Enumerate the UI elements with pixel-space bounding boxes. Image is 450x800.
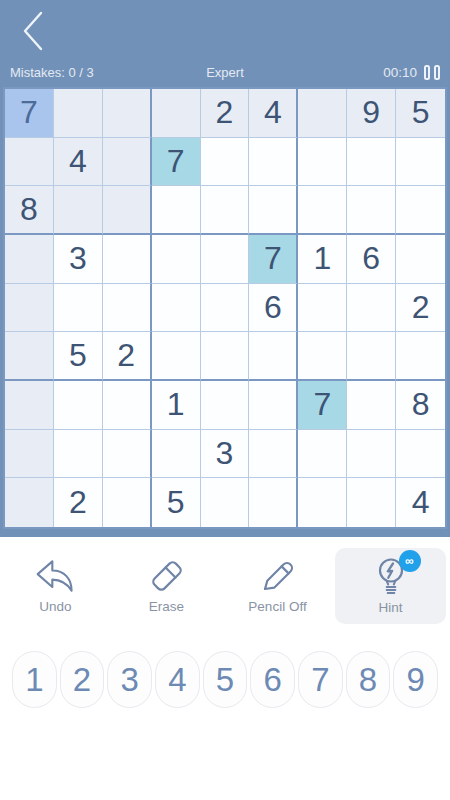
cell-r6c8[interactable] [347, 332, 396, 381]
cell-r2c2[interactable]: 4 [54, 138, 103, 187]
cell-r2c1[interactable] [5, 138, 54, 187]
cell-r6c3[interactable]: 2 [103, 332, 152, 381]
cell-r5c8[interactable] [347, 284, 396, 333]
cell-r6c5[interactable] [201, 332, 250, 381]
cell-r6c4[interactable] [152, 332, 201, 381]
cell-r7c2[interactable] [54, 381, 103, 430]
numpad-8[interactable]: 8 [346, 651, 391, 708]
cell-r4c6[interactable]: 7 [249, 235, 298, 284]
cell-r3c1[interactable]: 8 [5, 186, 54, 235]
sudoku-app: Mistakes: 0 / 3 Expert 00:10 72495478371… [0, 0, 450, 800]
cell-r1c6[interactable]: 4 [249, 89, 298, 138]
pause-icon [434, 65, 440, 80]
cell-r8c3[interactable] [103, 430, 152, 479]
cell-r7c8[interactable] [347, 381, 396, 430]
pencil-toggle-button[interactable]: Pencil Off [222, 546, 333, 624]
cell-r7c6[interactable] [249, 381, 298, 430]
cell-r1c4[interactable] [152, 89, 201, 138]
cell-r9c5[interactable] [201, 478, 250, 527]
cell-r1c9[interactable]: 5 [396, 89, 445, 138]
board-section: Mistakes: 0 / 3 Expert 00:10 72495478371… [0, 0, 450, 537]
mistakes-counter: Mistakes: 0 / 3 [10, 65, 153, 80]
cell-r3c3[interactable] [103, 186, 152, 235]
cell-r6c2[interactable]: 5 [54, 332, 103, 381]
cell-r2c7[interactable] [298, 138, 347, 187]
undo-button[interactable]: Undo [0, 546, 111, 624]
cell-r9c4[interactable]: 5 [152, 478, 201, 527]
cell-r4c9[interactable] [396, 235, 445, 284]
erase-label: Erase [149, 599, 184, 614]
pencil-icon [257, 556, 299, 596]
cell-r2c6[interactable] [249, 138, 298, 187]
numpad-7[interactable]: 7 [298, 651, 343, 708]
cell-r3c9[interactable] [396, 186, 445, 235]
cell-r3c6[interactable] [249, 186, 298, 235]
cell-r1c8[interactable]: 9 [347, 89, 396, 138]
cell-r5c7[interactable] [298, 284, 347, 333]
hint-label: Hint [378, 600, 402, 615]
numpad-3[interactable]: 3 [107, 651, 152, 708]
cell-r7c1[interactable] [5, 381, 54, 430]
cell-r8c6[interactable] [249, 430, 298, 479]
cell-r1c1[interactable]: 7 [5, 89, 54, 138]
cell-r2c9[interactable] [396, 138, 445, 187]
numpad-1[interactable]: 1 [12, 651, 57, 708]
back-button[interactable] [12, 8, 56, 56]
back-chevron-icon [19, 9, 49, 53]
cell-r4c2[interactable]: 3 [54, 235, 103, 284]
cell-r8c9[interactable] [396, 430, 445, 479]
numpad-5[interactable]: 5 [203, 651, 248, 708]
cell-r3c8[interactable] [347, 186, 396, 235]
cell-r6c9[interactable] [396, 332, 445, 381]
cell-r5c1[interactable] [5, 284, 54, 333]
cell-r3c2[interactable] [54, 186, 103, 235]
cell-r4c1[interactable] [5, 235, 54, 284]
sudoku-grid: 72495478371662521783254 [3, 87, 447, 529]
cell-r5c9[interactable]: 2 [396, 284, 445, 333]
number-pad: 123456789 [12, 651, 438, 708]
cell-r3c5[interactable] [201, 186, 250, 235]
timer: 00:10 [383, 65, 417, 80]
cell-r9c7[interactable] [298, 478, 347, 527]
cell-r2c5[interactable] [201, 138, 250, 187]
numpad-9[interactable]: 9 [393, 651, 438, 708]
cell-r4c7[interactable]: 1 [298, 235, 347, 284]
cell-r4c3[interactable] [103, 235, 152, 284]
cell-r8c8[interactable] [347, 430, 396, 479]
cell-r5c5[interactable] [201, 284, 250, 333]
difficulty-label: Expert [153, 65, 296, 80]
cell-r8c5[interactable]: 3 [201, 430, 250, 479]
numpad-6[interactable]: 6 [250, 651, 295, 708]
pause-icon [424, 65, 430, 80]
cell-r7c5[interactable] [201, 381, 250, 430]
cell-r8c4[interactable] [152, 430, 201, 479]
cell-r1c3[interactable] [103, 89, 152, 138]
cell-r6c6[interactable] [249, 332, 298, 381]
cell-r5c3[interactable] [103, 284, 152, 333]
hint-count-badge: ∞ [399, 550, 421, 572]
cell-r3c7[interactable] [298, 186, 347, 235]
cell-r9c9[interactable]: 4 [396, 478, 445, 527]
cell-r8c2[interactable] [54, 430, 103, 479]
toolbar: Undo Erase Pencil Off [0, 546, 450, 624]
undo-label: Undo [39, 599, 71, 614]
cell-r9c2[interactable]: 2 [54, 478, 103, 527]
cell-r9c6[interactable] [249, 478, 298, 527]
eraser-icon [146, 556, 188, 596]
cell-r7c9[interactable]: 8 [396, 381, 445, 430]
cell-r5c6[interactable]: 6 [249, 284, 298, 333]
status-bar: Mistakes: 0 / 3 Expert 00:10 [0, 60, 450, 84]
undo-icon [34, 556, 78, 596]
numpad-2[interactable]: 2 [60, 651, 105, 708]
cell-r9c1[interactable] [5, 478, 54, 527]
cell-r8c7[interactable] [298, 430, 347, 479]
cell-r9c8[interactable] [347, 478, 396, 527]
hint-button[interactable]: ∞ Hint [335, 548, 446, 624]
cell-r7c7[interactable]: 7 [298, 381, 347, 430]
cell-r6c7[interactable] [298, 332, 347, 381]
erase-button[interactable]: Erase [111, 546, 222, 624]
numpad-4[interactable]: 4 [155, 651, 200, 708]
cell-r7c3[interactable] [103, 381, 152, 430]
cell-r2c8[interactable] [347, 138, 396, 187]
cell-r3c4[interactable] [152, 186, 201, 235]
cell-r8c1[interactable] [5, 430, 54, 479]
cell-r6c1[interactable] [5, 332, 54, 381]
cell-r5c2[interactable] [54, 284, 103, 333]
pencil-label: Pencil Off [248, 599, 306, 614]
cell-r5c4[interactable] [152, 284, 201, 333]
cell-r2c3[interactable] [103, 138, 152, 187]
cell-r1c7[interactable] [298, 89, 347, 138]
cell-r1c2[interactable] [54, 89, 103, 138]
cell-r9c3[interactable] [103, 478, 152, 527]
cell-r7c4[interactable]: 1 [152, 381, 201, 430]
pause-button[interactable] [424, 65, 440, 80]
cell-r1c5[interactable]: 2 [201, 89, 250, 138]
cell-r4c8[interactable]: 6 [347, 235, 396, 284]
cell-r2c4[interactable]: 7 [152, 138, 201, 187]
cell-r4c5[interactable] [201, 235, 250, 284]
cell-r4c4[interactable] [152, 235, 201, 284]
